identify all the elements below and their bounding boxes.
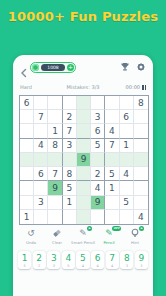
trophy-icon[interactable] — [120, 62, 130, 72]
numpad-remaining-count: 4 — [82, 264, 84, 268]
sudoku-cell-r1c6[interactable] — [91, 96, 105, 110]
sudoku-cell-r7c8[interactable] — [120, 181, 134, 195]
action-buttons-row: ↺ Undo Clear ✎▶ Smart Pencil ✎OFF Pencil — [18, 227, 148, 249]
eraser-icon — [44, 227, 70, 239]
sudoku-cell-r8c3[interactable] — [48, 196, 62, 210]
undo-button[interactable]: ↺ Undo — [18, 227, 44, 249]
sudoku-cell-r1c8[interactable] — [120, 96, 134, 110]
sudoku-cell-r1c5[interactable] — [77, 96, 91, 110]
pause-button[interactable] — [142, 85, 146, 90]
sudoku-cell-r2c5[interactable] — [77, 110, 91, 124]
sudoku-cell-r1c1[interactable]: 6 — [20, 96, 34, 110]
add-coins-button[interactable]: + — [67, 64, 74, 71]
pencil-icon: ✎OFF — [96, 227, 122, 239]
sudoku-cell-r1c3[interactable] — [48, 96, 62, 110]
hint-bulb-icon: ▶ — [122, 227, 148, 239]
sudoku-cell-r9c5[interactable] — [77, 210, 91, 224]
sudoku-cell-r8c5[interactable] — [77, 196, 91, 210]
sudoku-cell-r6c4[interactable]: 8 — [63, 167, 77, 181]
sudoku-board: 687236176448357196782549541319514 — [19, 95, 149, 225]
numpad-key-6[interactable]: 64 — [91, 251, 104, 269]
numpad-remaining-count: 4 — [96, 264, 98, 268]
sudoku-cell-r1c4[interactable] — [63, 96, 77, 110]
pencil-button[interactable]: ✎OFF Pencil — [96, 227, 122, 249]
hint-badge: ▶ — [139, 226, 144, 231]
numpad-digit: 3 — [51, 253, 57, 263]
sudoku-cell-r8c9[interactable] — [134, 196, 148, 210]
sudoku-cell-r3c1[interactable] — [20, 124, 34, 138]
sudoku-cell-r2c7[interactable] — [105, 110, 119, 124]
sudoku-cell-r2c4[interactable]: 2 — [63, 110, 77, 124]
sudoku-cell-r8c4[interactable]: 1 — [63, 196, 77, 210]
sudoku-cell-r4c7[interactable]: 7 — [105, 139, 119, 153]
numpad-digit: 2 — [36, 253, 42, 263]
sudoku-cell-r7c5[interactable] — [77, 181, 91, 195]
sudoku-cell-r9c7[interactable] — [105, 210, 119, 224]
smart-pencil-badge: ▶ — [87, 226, 92, 231]
sudoku-cell-r6c2[interactable]: 6 — [34, 167, 48, 181]
sudoku-cell-r5c8[interactable] — [120, 153, 134, 167]
sudoku-cell-r8c7[interactable] — [105, 196, 119, 210]
settings-gear-icon[interactable] — [136, 62, 146, 72]
app-screenshot-card: 1008 + Hard — [13, 55, 153, 296]
sudoku-cell-r3c5[interactable] — [77, 124, 91, 138]
sudoku-cell-r7c2[interactable] — [34, 181, 48, 195]
numpad-key-9[interactable]: 93 — [135, 251, 148, 269]
numpad-key-8[interactable]: 83 — [120, 251, 133, 269]
undo-icon: ↺ — [18, 227, 44, 239]
sudoku-cell-r3c8[interactable] — [120, 124, 134, 138]
numpad-digit: 9 — [138, 253, 144, 263]
sudoku-cell-r3c4[interactable]: 7 — [63, 124, 77, 138]
sudoku-cell-r6c5[interactable] — [77, 167, 91, 181]
numpad-digit: 4 — [66, 253, 72, 263]
numpad-key-2[interactable]: 22 — [33, 251, 46, 269]
smart-pencil-icon: ✎▶ — [70, 227, 96, 239]
sudoku-cell-r9c6[interactable] — [91, 210, 105, 224]
sudoku-cell-r4c4[interactable]: 3 — [63, 139, 77, 153]
numpad-remaining-count: 5 — [23, 264, 25, 268]
coin-balance-pill[interactable]: 1008 + — [30, 62, 76, 73]
sudoku-cell-r6c7[interactable]: 5 — [105, 167, 119, 181]
sudoku-cell-r5c6[interactable] — [91, 153, 105, 167]
game-status-bar: Hard Mistakes: 3/3 00:00 — [20, 83, 146, 91]
numpad-remaining-count: 2 — [38, 264, 40, 268]
sudoku-cell-r9c1[interactable]: 1 — [20, 210, 34, 224]
sudoku-cell-r5c4[interactable] — [63, 153, 77, 167]
sudoku-cell-r4c6[interactable]: 5 — [91, 139, 105, 153]
numpad-remaining-count: 4 — [111, 264, 113, 268]
timer-label: 00:00 — [126, 84, 140, 90]
sudoku-cell-r8c6[interactable]: 9 — [91, 196, 105, 210]
sudoku-cell-r1c2[interactable] — [34, 96, 48, 110]
sudoku-cell-r3c9[interactable] — [134, 124, 148, 138]
numpad-key-5[interactable]: 54 — [76, 251, 89, 269]
numpad-key-3[interactable]: 33 — [47, 251, 60, 269]
numpad-digit: 8 — [124, 253, 130, 263]
sudoku-cell-r4c8[interactable]: 1 — [120, 139, 134, 153]
sudoku-cell-r2c1[interactable] — [20, 110, 34, 124]
numpad-key-4[interactable]: 45 — [62, 251, 75, 269]
numpad-digit: 6 — [95, 253, 101, 263]
sudoku-cell-r1c9[interactable]: 8 — [134, 96, 148, 110]
numpad-digit: 1 — [22, 253, 28, 263]
sudoku-cell-r9c4[interactable] — [63, 210, 77, 224]
back-chevron-icon[interactable] — [20, 63, 28, 73]
sudoku-cell-r2c9[interactable] — [134, 110, 148, 124]
sudoku-cell-r6c1[interactable] — [20, 167, 34, 181]
sudoku-cell-r3c7[interactable]: 4 — [105, 124, 119, 138]
sudoku-cell-r4c1[interactable] — [20, 139, 34, 153]
sudoku-cell-r5c5[interactable]: 9 — [77, 153, 91, 167]
sudoku-cell-r4c5[interactable] — [77, 139, 91, 153]
numpad-digit: 7 — [109, 253, 115, 263]
sudoku-cell-r6c9[interactable] — [134, 167, 148, 181]
clear-button[interactable]: Clear — [44, 227, 70, 249]
sudoku-cell-r7c6[interactable]: 4 — [91, 181, 105, 195]
sudoku-cell-r2c3[interactable] — [48, 110, 62, 124]
sudoku-cell-r2c2[interactable]: 7 — [34, 110, 48, 124]
sudoku-cell-r4c2[interactable]: 4 — [34, 139, 48, 153]
sudoku-cell-r7c7[interactable]: 1 — [105, 181, 119, 195]
number-pad: 152233455464748393 — [18, 251, 148, 269]
sudoku-cell-r1c7[interactable] — [105, 96, 119, 110]
sudoku-cell-r5c2[interactable] — [34, 153, 48, 167]
hint-button[interactable]: ▶ Hint — [122, 227, 148, 249]
numpad-key-7[interactable]: 74 — [106, 251, 119, 269]
sudoku-cell-r5c9[interactable] — [134, 153, 148, 167]
sudoku-cell-r7c1[interactable] — [20, 181, 34, 195]
numpad-remaining-count: 5 — [67, 264, 69, 268]
coin-icon — [32, 64, 39, 71]
sudoku-cell-r2c8[interactable]: 6 — [120, 110, 134, 124]
sudoku-cell-r9c2[interactable] — [34, 210, 48, 224]
sudoku-cell-r7c4[interactable]: 5 — [63, 181, 77, 195]
sudoku-cell-r3c2[interactable] — [34, 124, 48, 138]
sudoku-cell-r3c3[interactable]: 1 — [48, 124, 62, 138]
sudoku-cell-r4c3[interactable]: 8 — [48, 139, 62, 153]
sudoku-cell-r4c9[interactable] — [134, 139, 148, 153]
app-top-bar: 1008 + — [13, 62, 153, 74]
promo-title: 10000+ Fun Puzzles — [0, 9, 166, 24]
numpad-key-1[interactable]: 15 — [18, 251, 31, 269]
sudoku-cell-r5c7[interactable] — [105, 153, 119, 167]
sudoku-cell-r5c3[interactable] — [48, 153, 62, 167]
numpad-digit: 5 — [80, 253, 86, 263]
sudoku-cell-r8c8[interactable]: 5 — [120, 196, 134, 210]
sudoku-cell-r9c8[interactable] — [120, 210, 134, 224]
sudoku-cell-r8c2[interactable]: 3 — [34, 196, 48, 210]
sudoku-cell-r2c6[interactable]: 3 — [91, 110, 105, 124]
sudoku-cell-r9c9[interactable]: 4 — [134, 210, 148, 224]
sudoku-cell-r7c9[interactable] — [134, 181, 148, 195]
sudoku-cell-r7c3[interactable]: 9 — [48, 181, 62, 195]
sudoku-cell-r8c1[interactable] — [20, 196, 34, 210]
numpad-remaining-count: 3 — [140, 264, 142, 268]
sudoku-cell-r3c6[interactable]: 6 — [91, 124, 105, 138]
sudoku-cell-r9c3[interactable] — [48, 210, 62, 224]
pencil-toggle-badge: OFF — [112, 226, 121, 231]
numpad-remaining-count: 3 — [126, 264, 128, 268]
coin-amount: 1008 — [41, 64, 65, 71]
smart-pencil-button[interactable]: ✎▶ Smart Pencil — [70, 227, 96, 249]
sudoku-cell-r6c3[interactable]: 7 — [48, 167, 62, 181]
numpad-remaining-count: 3 — [53, 264, 55, 268]
sudoku-cell-r6c8[interactable]: 4 — [120, 167, 134, 181]
sudoku-cell-r6c6[interactable]: 2 — [91, 167, 105, 181]
sudoku-cell-r5c1[interactable] — [20, 153, 34, 167]
